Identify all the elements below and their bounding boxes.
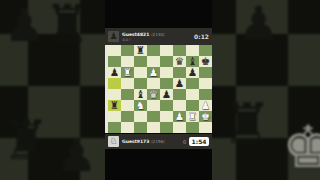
- square-e4[interactable]: ♟: [160, 89, 173, 100]
- square-e2[interactable]: [160, 111, 173, 122]
- square-a5[interactable]: [108, 78, 121, 89]
- square-e5[interactable]: [160, 78, 173, 89]
- square-b5[interactable]: [121, 78, 134, 89]
- square-f5[interactable]: ♟: [173, 78, 186, 89]
- bottom-player-avatar[interactable]: ♘: [108, 136, 119, 147]
- square-h1[interactable]: [199, 122, 212, 133]
- square-b8[interactable]: [121, 45, 134, 56]
- piece-black-bishop-g7[interactable]: ♝: [188, 56, 197, 67]
- background-piece: ♟: [56, 132, 97, 178]
- square-f3[interactable]: [173, 100, 186, 111]
- square-g8[interactable]: [186, 45, 199, 56]
- square-c4[interactable]: ♝: [134, 89, 147, 100]
- top-player-info: Guest4821 (2140) ♙♙♘: [122, 32, 194, 42]
- background-piece: ♟: [4, 2, 45, 48]
- piece-black-pawn-f5[interactable]: ♟: [175, 78, 184, 89]
- piece-white-pawn-h3[interactable]: ♟: [201, 100, 210, 111]
- square-b1[interactable]: [121, 122, 134, 133]
- square-g7[interactable]: ♝: [186, 56, 199, 67]
- square-d5[interactable]: [147, 78, 160, 89]
- square-h3[interactable]: ♟: [199, 100, 212, 111]
- piece-black-rook-c8[interactable]: ♜: [136, 45, 145, 56]
- square-f4[interactable]: [173, 89, 186, 100]
- square-h5[interactable]: [199, 78, 212, 89]
- square-e1[interactable]: [160, 122, 173, 133]
- square-d4[interactable]: ♛: [147, 89, 160, 100]
- square-b3[interactable]: [121, 100, 134, 111]
- piece-white-knight-c3[interactable]: ♞: [136, 100, 145, 111]
- square-h7[interactable]: ♚: [199, 56, 212, 67]
- square-e6[interactable]: [160, 67, 173, 78]
- top-player-name[interactable]: Guest4821: [122, 32, 149, 37]
- avatar-piece-icon: ♘: [109, 137, 117, 146]
- square-g4[interactable]: [186, 89, 199, 100]
- avatar-piece-icon: ♟: [109, 32, 117, 41]
- square-a8[interactable]: [108, 45, 121, 56]
- piece-black-bishop-c4[interactable]: ♝: [136, 89, 145, 100]
- square-a1[interactable]: [108, 122, 121, 133]
- video-frame: ♟ Guest4821 (2140) ♙♙♘ 0:12 ♜♛♝♚♟♜♟♟♟♝♛♟…: [105, 0, 212, 180]
- square-e8[interactable]: [160, 45, 173, 56]
- square-c6[interactable]: [134, 67, 147, 78]
- square-a7[interactable]: [108, 56, 121, 67]
- square-d2[interactable]: [147, 111, 160, 122]
- piece-white-rook-g2[interactable]: ♜: [188, 111, 197, 122]
- square-f6[interactable]: [173, 67, 186, 78]
- piece-white-queen-d4[interactable]: ♛: [149, 89, 158, 100]
- top-player-clock: 0:12: [194, 33, 209, 40]
- square-a2[interactable]: [108, 111, 121, 122]
- piece-black-pawn-e4[interactable]: ♟: [162, 89, 171, 100]
- bottom-player-clock: 1:54: [189, 137, 209, 146]
- square-h6[interactable]: [199, 67, 212, 78]
- square-d3[interactable]: [147, 100, 160, 111]
- background-piece: ♜: [222, 96, 272, 152]
- piece-black-pawn-a6[interactable]: ♟: [110, 67, 119, 78]
- square-b7[interactable]: [121, 56, 134, 67]
- square-b2[interactable]: [121, 111, 134, 122]
- square-g1[interactable]: [186, 122, 199, 133]
- piece-white-pawn-d6[interactable]: ♟: [149, 67, 158, 78]
- square-c1[interactable]: [134, 122, 147, 133]
- piece-white-rook-b6[interactable]: ♜: [123, 67, 132, 78]
- square-g2[interactable]: ♜: [186, 111, 199, 122]
- square-g6[interactable]: ♟: [186, 67, 199, 78]
- bottom-player-rating: (2156): [151, 139, 164, 144]
- top-player-rating: (2140): [151, 32, 164, 37]
- material-score: 0: [183, 139, 186, 145]
- piece-black-pawn-g6[interactable]: ♟: [188, 67, 197, 78]
- background-piece: ♜: [2, 114, 50, 168]
- piece-black-king-h7[interactable]: ♚: [201, 56, 210, 67]
- square-f7[interactable]: ♛: [173, 56, 186, 67]
- background-piece: ♜: [44, 0, 91, 50]
- top-player-captured-pieces: ♙♙♘: [122, 38, 194, 42]
- square-d8[interactable]: [147, 45, 160, 56]
- piece-white-pawn-f2[interactable]: ♟: [175, 111, 184, 122]
- square-c5[interactable]: [134, 78, 147, 89]
- square-d1[interactable]: [147, 122, 160, 133]
- top-player-bar: ♟ Guest4821 (2140) ♙♙♘ 0:12: [105, 28, 212, 45]
- square-a6[interactable]: ♟: [108, 67, 121, 78]
- square-a3[interactable]: ♜: [108, 100, 121, 111]
- square-e7[interactable]: [160, 56, 173, 67]
- thumbnail: ♟♜♜♟♟♜♚ ♟ Guest4821 (2140) ♙♙♘ 0:12 ♜♛♝♚…: [0, 0, 320, 180]
- square-b4[interactable]: [121, 89, 134, 100]
- square-g3[interactable]: [186, 100, 199, 111]
- square-c7[interactable]: [134, 56, 147, 67]
- square-c3[interactable]: ♞: [134, 100, 147, 111]
- bottom-player-info: Guest9173 (2156): [122, 139, 183, 144]
- piece-black-queen-f7[interactable]: ♛: [175, 56, 184, 67]
- piece-black-rook-a3[interactable]: ♜: [110, 100, 119, 111]
- square-h8[interactable]: [199, 45, 212, 56]
- bottom-player-bar: ♘ Guest9173 (2156) 0 1:54: [105, 134, 212, 149]
- square-c8[interactable]: ♜: [134, 45, 147, 56]
- square-d6[interactable]: ♟: [147, 67, 160, 78]
- square-h4[interactable]: [199, 89, 212, 100]
- background-piece: ♟: [238, 0, 279, 46]
- top-player-avatar[interactable]: ♟: [108, 31, 119, 42]
- square-f2[interactable]: ♟: [173, 111, 186, 122]
- piece-white-king-h2[interactable]: ♚: [201, 111, 210, 122]
- square-h2[interactable]: ♚: [199, 111, 212, 122]
- background-piece: ♚: [282, 118, 320, 176]
- square-g5[interactable]: [186, 78, 199, 89]
- bottom-player-name[interactable]: Guest9173: [122, 139, 149, 144]
- square-e3[interactable]: [160, 100, 173, 111]
- square-f8[interactable]: [173, 45, 186, 56]
- chess-board[interactable]: ♜♛♝♚♟♜♟♟♟♝♛♟♜♞♟♟♜♚: [108, 45, 212, 133]
- square-d7[interactable]: [147, 56, 160, 67]
- square-a4[interactable]: [108, 89, 121, 100]
- square-b6[interactable]: ♜: [121, 67, 134, 78]
- square-f1[interactable]: [173, 122, 186, 133]
- square-c2[interactable]: [134, 111, 147, 122]
